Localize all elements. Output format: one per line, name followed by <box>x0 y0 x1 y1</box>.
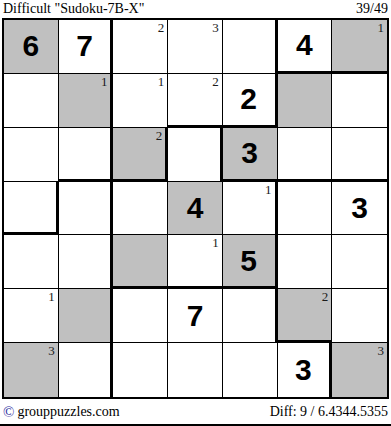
board: 67234111222341315172333 <box>2 18 389 399</box>
corner-clue: 1 <box>101 75 108 89</box>
cell-r6c3[interactable] <box>113 289 168 343</box>
page-title: Difficult "Sudoku-7B-X" <box>3 1 144 17</box>
cell-r6c1[interactable]: 1 <box>4 289 59 343</box>
cell-r5c3[interactable] <box>113 235 168 289</box>
given-digit: 7 <box>76 31 93 61</box>
cell-r3c4[interactable] <box>168 128 223 182</box>
cell-r6c4[interactable]: 7 <box>168 289 223 343</box>
cell-r2c1[interactable] <box>4 74 59 128</box>
cell-r1c5[interactable] <box>223 20 278 74</box>
cell-r3c3[interactable]: 2 <box>113 128 168 182</box>
cell-r6c6[interactable]: 2 <box>278 289 333 343</box>
cell-r1c2[interactable]: 7 <box>59 20 114 74</box>
cell-r4c3[interactable] <box>113 182 168 236</box>
copyright: © grouppuzzles.com <box>3 404 120 420</box>
given-digit: 3 <box>241 138 258 168</box>
cell-r7c6[interactable]: 3 <box>278 343 333 397</box>
cell-r1c1[interactable]: 6 <box>4 20 59 74</box>
given-digit: 3 <box>295 355 312 385</box>
cell-r3c2[interactable] <box>59 128 114 182</box>
cell-r7c7[interactable]: 3 <box>332 343 387 397</box>
cell-r6c5[interactable] <box>223 289 278 343</box>
puzzle-page: { "game": "sudoku-7x7-irregular-with-X-d… <box>0 0 391 426</box>
cell-r5c2[interactable] <box>59 235 114 289</box>
corner-clue: 1 <box>48 290 55 304</box>
given-digit: 5 <box>240 246 257 276</box>
cell-r7c1[interactable]: 3 <box>4 343 59 397</box>
cell-r2c3[interactable]: 1 <box>113 74 168 128</box>
corner-clue: 1 <box>158 75 165 89</box>
cell-r7c3[interactable] <box>113 343 168 397</box>
cell-r5c7[interactable] <box>332 235 387 289</box>
cell-r6c2[interactable] <box>59 289 114 343</box>
difficulty-text: Diff: 9 / 6.4344.5355 <box>270 404 388 420</box>
cell-r2c6[interactable] <box>278 74 333 128</box>
corner-clue: 2 <box>156 129 163 143</box>
cell-r5c1[interactable] <box>4 235 59 289</box>
corner-clue: 1 <box>265 183 272 197</box>
cell-r1c3[interactable]: 2 <box>113 20 168 74</box>
cell-r7c4[interactable] <box>168 343 223 397</box>
given-digit: 7 <box>187 301 204 331</box>
cell-r4c4[interactable]: 4 <box>168 182 223 236</box>
cell-r3c5[interactable]: 3 <box>223 128 278 182</box>
cell-r3c6[interactable] <box>278 128 333 182</box>
given-digit: 3 <box>351 193 368 223</box>
cell-r1c4[interactable]: 3 <box>168 20 223 74</box>
given-digit: 4 <box>187 193 204 223</box>
site-name: grouppuzzles.com <box>17 404 119 420</box>
given-digit: 6 <box>23 31 40 61</box>
corner-clue: 2 <box>158 21 165 35</box>
cell-r2c2[interactable]: 1 <box>59 74 114 128</box>
cell-r5c5[interactable]: 5 <box>223 235 278 289</box>
given-digit: 2 <box>240 84 257 114</box>
cell-r1c6[interactable]: 4 <box>278 20 333 74</box>
cell-r7c2[interactable] <box>59 343 114 397</box>
cell-r5c6[interactable] <box>278 235 333 289</box>
cell-r4c1[interactable] <box>4 182 59 236</box>
cell-r2c7[interactable] <box>332 74 387 128</box>
copyright-icon: © <box>3 405 14 420</box>
cell-r3c7[interactable] <box>332 128 387 182</box>
cell-r7c5[interactable] <box>223 343 278 397</box>
corner-clue: 3 <box>48 344 55 358</box>
corner-clue: 1 <box>212 236 219 250</box>
corner-clue: 3 <box>212 21 219 35</box>
cell-r6c7[interactable] <box>332 289 387 343</box>
clue-counter: 39/49 <box>356 1 388 17</box>
cell-r1c7[interactable]: 1 <box>332 20 387 74</box>
footer: © grouppuzzles.com Diff: 9 / 6.4344.5355 <box>3 402 388 422</box>
cell-r2c4[interactable]: 2 <box>168 74 223 128</box>
cell-r4c2[interactable] <box>59 182 114 236</box>
corner-clue: 1 <box>378 21 385 35</box>
cell-r5c4[interactable]: 1 <box>168 235 223 289</box>
corner-clue: 3 <box>378 344 385 358</box>
corner-clue: 2 <box>212 75 219 89</box>
corner-clue: 2 <box>322 290 329 304</box>
cell-r4c6[interactable] <box>278 182 333 236</box>
cell-r4c5[interactable]: 1 <box>223 182 278 236</box>
header: Difficult "Sudoku-7B-X" 39/49 <box>3 1 388 17</box>
cell-r3c1[interactable] <box>4 128 59 182</box>
cell-r2c5[interactable]: 2 <box>223 74 278 128</box>
cell-r4c7[interactable]: 3 <box>332 182 387 236</box>
given-digit: 4 <box>296 30 313 60</box>
